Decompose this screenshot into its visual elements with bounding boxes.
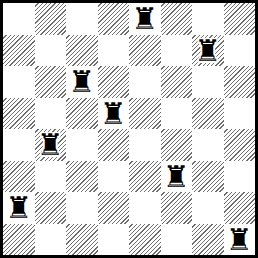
square-g1[interactable] xyxy=(192,224,224,256)
black-rook-e8[interactable]: ♜ xyxy=(131,3,158,35)
square-d5[interactable]: ♜ xyxy=(98,98,130,130)
square-c3[interactable] xyxy=(66,161,98,193)
square-g4[interactable] xyxy=(192,129,224,161)
square-f3[interactable]: ♜ xyxy=(161,161,193,193)
black-rook-f3[interactable]: ♜ xyxy=(163,161,190,193)
black-rook-h1[interactable]: ♜ xyxy=(226,224,253,256)
square-g7[interactable]: ♜ xyxy=(192,35,224,67)
square-g2[interactable] xyxy=(192,192,224,224)
square-b3[interactable] xyxy=(35,161,67,193)
square-c4[interactable] xyxy=(66,129,98,161)
square-g6[interactable] xyxy=(192,66,224,98)
square-h6[interactable] xyxy=(224,66,256,98)
square-h7[interactable] xyxy=(224,35,256,67)
square-b6[interactable] xyxy=(35,66,67,98)
square-a5[interactable] xyxy=(3,98,35,130)
square-g3[interactable] xyxy=(192,161,224,193)
square-d8[interactable] xyxy=(98,3,130,35)
chess-board: ♜♜♜♜♜♜♜♜ xyxy=(0,0,258,258)
square-d6[interactable] xyxy=(98,66,130,98)
square-a2[interactable]: ♜ xyxy=(3,192,35,224)
square-b4[interactable]: ♜ xyxy=(35,129,67,161)
square-c1[interactable] xyxy=(66,224,98,256)
square-e4[interactable] xyxy=(129,129,161,161)
chess-board-grid: ♜♜♜♜♜♜♜♜ xyxy=(3,3,255,255)
square-a1[interactable] xyxy=(3,224,35,256)
square-f5[interactable] xyxy=(161,98,193,130)
square-d7[interactable] xyxy=(98,35,130,67)
square-f1[interactable] xyxy=(161,224,193,256)
square-a4[interactable] xyxy=(3,129,35,161)
square-b8[interactable] xyxy=(35,3,67,35)
square-g8[interactable] xyxy=(192,3,224,35)
square-c7[interactable] xyxy=(66,35,98,67)
square-h1[interactable]: ♜ xyxy=(224,224,256,256)
square-f6[interactable] xyxy=(161,66,193,98)
square-b7[interactable] xyxy=(35,35,67,67)
square-c2[interactable] xyxy=(66,192,98,224)
black-rook-b4[interactable]: ♜ xyxy=(37,129,64,161)
square-h8[interactable] xyxy=(224,3,256,35)
black-rook-g7[interactable]: ♜ xyxy=(194,35,221,67)
square-c5[interactable] xyxy=(66,98,98,130)
square-b5[interactable] xyxy=(35,98,67,130)
square-h2[interactable] xyxy=(224,192,256,224)
square-e5[interactable] xyxy=(129,98,161,130)
square-e3[interactable] xyxy=(129,161,161,193)
square-d1[interactable] xyxy=(98,224,130,256)
square-a8[interactable] xyxy=(3,3,35,35)
square-h5[interactable] xyxy=(224,98,256,130)
square-e2[interactable] xyxy=(129,192,161,224)
square-a3[interactable] xyxy=(3,161,35,193)
square-f8[interactable] xyxy=(161,3,193,35)
square-f2[interactable] xyxy=(161,192,193,224)
square-c8[interactable] xyxy=(66,3,98,35)
square-g5[interactable] xyxy=(192,98,224,130)
black-rook-d5[interactable]: ♜ xyxy=(100,98,127,130)
black-rook-c6[interactable]: ♜ xyxy=(68,66,95,98)
square-a7[interactable] xyxy=(3,35,35,67)
black-rook-a2[interactable]: ♜ xyxy=(5,192,32,224)
square-e7[interactable] xyxy=(129,35,161,67)
square-b1[interactable] xyxy=(35,224,67,256)
square-e8[interactable]: ♜ xyxy=(129,3,161,35)
square-h4[interactable] xyxy=(224,129,256,161)
square-a6[interactable] xyxy=(3,66,35,98)
square-d2[interactable] xyxy=(98,192,130,224)
square-f7[interactable] xyxy=(161,35,193,67)
square-d3[interactable] xyxy=(98,161,130,193)
square-f4[interactable] xyxy=(161,129,193,161)
square-c6[interactable]: ♜ xyxy=(66,66,98,98)
square-d4[interactable] xyxy=(98,129,130,161)
square-e1[interactable] xyxy=(129,224,161,256)
square-b2[interactable] xyxy=(35,192,67,224)
square-h3[interactable] xyxy=(224,161,256,193)
square-e6[interactable] xyxy=(129,66,161,98)
